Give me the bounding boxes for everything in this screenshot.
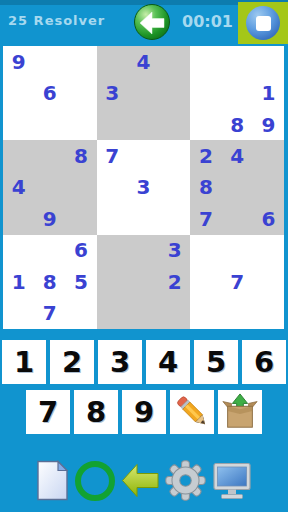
sudoku-cell-r5c3[interactable] xyxy=(65,172,96,203)
circle-button[interactable] xyxy=(75,461,115,501)
sudoku-cell-r9c6[interactable] xyxy=(159,298,190,329)
sudoku-cell-r9c5[interactable] xyxy=(128,298,159,329)
sudoku-cell-r7c1[interactable] xyxy=(3,235,34,266)
sudoku-cell-r4c2[interactable] xyxy=(34,140,65,171)
sudoku-cell-r7c5[interactable] xyxy=(128,235,159,266)
sudoku-cell-r5c2[interactable] xyxy=(34,172,65,203)
sudoku-cell-r8c6[interactable]: 2 xyxy=(159,266,190,297)
sudoku-cell-r1c9[interactable] xyxy=(253,46,284,77)
digit-button-4[interactable]: 4 xyxy=(146,340,190,384)
new-document-button[interactable] xyxy=(36,460,69,501)
sudoku-cell-r2c6[interactable] xyxy=(159,77,190,108)
sudoku-cell-r2c1[interactable] xyxy=(3,77,34,108)
sudoku-cell-r3c7[interactable] xyxy=(190,109,221,140)
sudoku-cell-r7c3[interactable]: 6 xyxy=(65,235,96,266)
digit-button-1[interactable]: 1 xyxy=(2,340,46,384)
sudoku-cell-r5c1[interactable]: 4 xyxy=(3,172,34,203)
sudoku-cell-r6c9[interactable]: 6 xyxy=(253,203,284,234)
sudoku-app: 25 Resolver 00:01 9463189872443897663185… xyxy=(0,0,288,512)
sudoku-board: 9463189872443897663185277 xyxy=(3,46,284,329)
sudoku-cell-r5c9[interactable] xyxy=(253,172,284,203)
digit-button-3[interactable]: 3 xyxy=(98,340,142,384)
stop-button[interactable] xyxy=(238,2,288,44)
sudoku-cell-r7c4[interactable] xyxy=(97,235,128,266)
sudoku-cell-r5c6[interactable] xyxy=(159,172,190,203)
sudoku-cell-r9c1[interactable] xyxy=(3,298,34,329)
green-circle-icon xyxy=(75,461,115,501)
keypad-row-2: 7 8 9 xyxy=(0,390,288,434)
sudoku-cell-r4c6[interactable] xyxy=(159,140,190,171)
sudoku-cell-r5c8[interactable] xyxy=(222,172,253,203)
sudoku-cell-r4c5[interactable] xyxy=(128,140,159,171)
monitor-button[interactable] xyxy=(212,462,252,500)
sudoku-cell-r4c8[interactable]: 4 xyxy=(222,140,253,171)
sudoku-cell-r7c7[interactable] xyxy=(190,235,221,266)
sudoku-cell-r9c8[interactable] xyxy=(222,298,253,329)
sudoku-cell-r3c6[interactable] xyxy=(159,109,190,140)
sudoku-cell-r1c6[interactable] xyxy=(159,46,190,77)
sudoku-cell-r8c1[interactable]: 1 xyxy=(3,266,34,297)
sudoku-cell-r2c3[interactable] xyxy=(65,77,96,108)
sudoku-cell-r6c2[interactable]: 9 xyxy=(34,203,65,234)
sudoku-cell-r8c7[interactable] xyxy=(190,266,221,297)
green-left-arrow-icon xyxy=(121,463,159,498)
sudoku-cell-r2c5[interactable] xyxy=(128,77,159,108)
sudoku-cell-r2c8[interactable] xyxy=(222,77,253,108)
digit-button-5[interactable]: 5 xyxy=(194,340,238,384)
sudoku-cell-r3c8[interactable]: 8 xyxy=(222,109,253,140)
sudoku-cell-r3c1[interactable] xyxy=(3,109,34,140)
sudoku-cell-r8c9[interactable] xyxy=(253,266,284,297)
sudoku-cell-r6c1[interactable] xyxy=(3,203,34,234)
sudoku-cell-r3c5[interactable] xyxy=(128,109,159,140)
sudoku-cell-r9c4[interactable] xyxy=(97,298,128,329)
digit-button-6[interactable]: 6 xyxy=(242,340,286,384)
sudoku-cell-r7c8[interactable] xyxy=(222,235,253,266)
sudoku-cell-r3c9[interactable]: 9 xyxy=(253,109,284,140)
monitor-icon xyxy=(212,462,252,500)
sudoku-cell-r7c2[interactable] xyxy=(34,235,65,266)
sudoku-cell-r2c7[interactable] xyxy=(190,77,221,108)
digit-button-9[interactable]: 9 xyxy=(122,390,166,434)
sudoku-cell-r6c7[interactable]: 7 xyxy=(190,203,221,234)
sudoku-cell-r2c9[interactable]: 1 xyxy=(253,77,284,108)
new-document-icon xyxy=(36,460,69,501)
sudoku-cell-r8c8[interactable]: 7 xyxy=(222,266,253,297)
sudoku-cell-r9c2[interactable]: 7 xyxy=(34,298,65,329)
sudoku-cell-r5c5[interactable]: 3 xyxy=(128,172,159,203)
digit-button-7[interactable]: 7 xyxy=(26,390,70,434)
sudoku-cell-r7c9[interactable] xyxy=(253,235,284,266)
sudoku-cell-r5c7[interactable]: 8 xyxy=(190,172,221,203)
back-arrow-button[interactable] xyxy=(121,463,159,498)
sudoku-cell-r9c9[interactable] xyxy=(253,298,284,329)
back-button[interactable] xyxy=(134,4,170,40)
sudoku-cell-r1c2[interactable] xyxy=(34,46,65,77)
sudoku-cell-r2c4[interactable]: 3 xyxy=(97,77,128,108)
sudoku-cell-r1c7[interactable] xyxy=(190,46,221,77)
stop-square-icon xyxy=(256,16,271,31)
sudoku-cell-r5c4[interactable] xyxy=(97,172,128,203)
settings-button[interactable] xyxy=(165,460,206,501)
timer: 00:01 xyxy=(182,12,233,31)
page-title: 25 Resolver xyxy=(8,13,105,28)
sudoku-cell-r8c3[interactable]: 5 xyxy=(65,266,96,297)
sudoku-cell-r9c7[interactable] xyxy=(190,298,221,329)
settings-gear-icon xyxy=(165,460,206,501)
sudoku-cell-r1c4[interactable] xyxy=(97,46,128,77)
sudoku-cell-r6c3[interactable] xyxy=(65,203,96,234)
sudoku-cell-r3c3[interactable] xyxy=(65,109,96,140)
digit-button-8[interactable]: 8 xyxy=(74,390,118,434)
sudoku-cell-r8c4[interactable] xyxy=(97,266,128,297)
digit-button-2[interactable]: 2 xyxy=(50,340,94,384)
sudoku-cell-r6c6[interactable] xyxy=(159,203,190,234)
stop-circle-icon xyxy=(246,6,280,40)
sudoku-cell-r8c2[interactable]: 8 xyxy=(34,266,65,297)
sudoku-cell-r4c3[interactable]: 8 xyxy=(65,140,96,171)
sudoku-cell-r1c3[interactable] xyxy=(65,46,96,77)
sudoku-cell-r9c3[interactable] xyxy=(65,298,96,329)
pencil-icon xyxy=(173,393,211,431)
sudoku-cell-r3c4[interactable] xyxy=(97,109,128,140)
sudoku-cell-r1c8[interactable] xyxy=(222,46,253,77)
box-button[interactable] xyxy=(218,390,262,434)
sudoku-cell-r4c4[interactable]: 7 xyxy=(97,140,128,171)
sudoku-cell-r8c5[interactable] xyxy=(128,266,159,297)
sudoku-cell-r4c1[interactable] xyxy=(3,140,34,171)
box-up-arrow-icon xyxy=(221,393,259,431)
keypad-row-1: 1 2 3 4 5 6 xyxy=(0,340,288,384)
sudoku-cell-r1c5[interactable]: 4 xyxy=(128,46,159,77)
sudoku-cell-r3c2[interactable] xyxy=(34,109,65,140)
sudoku-cell-r4c7[interactable]: 2 xyxy=(190,140,221,171)
sudoku-cell-r6c5[interactable] xyxy=(128,203,159,234)
sudoku-cell-r7c6[interactable]: 3 xyxy=(159,235,190,266)
left-arrow-icon xyxy=(135,5,171,41)
sudoku-cell-r1c1[interactable]: 9 xyxy=(3,46,34,77)
sudoku-cell-r4c9[interactable] xyxy=(253,140,284,171)
pencil-button[interactable] xyxy=(170,390,214,434)
sudoku-cell-r2c2[interactable]: 6 xyxy=(34,77,65,108)
sudoku-cell-r6c8[interactable] xyxy=(222,203,253,234)
sudoku-cell-r6c4[interactable] xyxy=(97,203,128,234)
bottom-toolbar xyxy=(0,460,288,501)
